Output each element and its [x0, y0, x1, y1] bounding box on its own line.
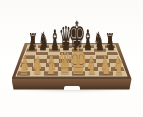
latch-notch: [64, 86, 80, 90]
board-inlay-line: [15, 44, 127, 76]
chess-set-photo: ♜♞♝♛♚♝♞♜♟♟♟♟♟♟♟♟♟♟♟♟♟♟♟♟♜♞♝♛♚♝♞♜: [0, 0, 143, 117]
